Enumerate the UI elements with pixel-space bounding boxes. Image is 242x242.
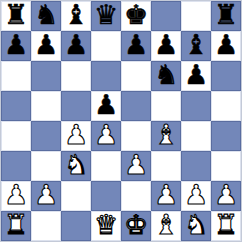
white-pawn-g2[interactable]: ♟ [184,181,208,210]
square-f3[interactable] [151,151,181,181]
square-b4[interactable] [31,121,61,151]
square-h2[interactable]: ♟ [211,181,241,211]
square-g8[interactable] [181,1,211,31]
square-e3[interactable]: ♟ [121,151,151,181]
square-d5[interactable]: ♟ [91,91,121,121]
square-a4[interactable] [1,121,31,151]
square-f5[interactable] [151,91,181,121]
square-g4[interactable] [181,121,211,151]
square-c3[interactable]: ♞ [61,151,91,181]
black-pawn-h7[interactable]: ♟ [214,31,238,60]
white-bishop-f4[interactable]: ♝ [154,121,178,150]
square-a7[interactable]: ♟ [1,31,31,61]
square-h4[interactable] [211,121,241,151]
black-bishop-c8[interactable]: ♝ [64,1,88,30]
square-h6[interactable] [211,61,241,91]
white-pawn-b2[interactable]: ♟ [34,181,58,210]
white-knight-g1[interactable]: ♞ [184,211,208,240]
square-h3[interactable] [211,151,241,181]
square-a2[interactable]: ♟ [1,181,31,211]
square-f6[interactable]: ♞ [151,61,181,91]
square-f4[interactable]: ♝ [151,121,181,151]
square-c4[interactable]: ♟ [61,121,91,151]
square-e1[interactable]: ♚ [121,211,151,241]
white-rook-h1[interactable]: ♜ [214,211,238,240]
square-b8[interactable]: ♞ [31,1,61,31]
black-pawn-d5[interactable]: ♟ [94,91,118,120]
square-c6[interactable] [61,61,91,91]
square-d8[interactable]: ♛ [91,1,121,31]
square-h7[interactable]: ♟ [211,31,241,61]
square-d3[interactable] [91,151,121,181]
black-pawn-c7[interactable]: ♟ [64,31,88,60]
square-d7[interactable] [91,31,121,61]
square-g7[interactable]: ♝ [181,31,211,61]
square-e8[interactable]: ♚ [121,1,151,31]
white-pawn-d4[interactable]: ♟ [94,121,118,150]
square-d1[interactable]: ♛ [91,211,121,241]
square-b7[interactable]: ♟ [31,31,61,61]
square-b5[interactable] [31,91,61,121]
white-bishop-f1[interactable]: ♝ [154,211,178,240]
black-pawn-g6[interactable]: ♟ [184,61,208,90]
square-b3[interactable] [31,151,61,181]
square-e5[interactable] [121,91,151,121]
black-king-e8[interactable]: ♚ [124,1,148,30]
square-e6[interactable] [121,61,151,91]
white-pawn-a2[interactable]: ♟ [4,181,28,210]
square-a1[interactable]: ♜ [1,211,31,241]
square-h1[interactable]: ♜ [211,211,241,241]
square-d6[interactable] [91,61,121,91]
white-knight-c3[interactable]: ♞ [64,151,88,180]
white-pawn-f2[interactable]: ♟ [154,181,178,210]
square-d2[interactable] [91,181,121,211]
square-e4[interactable] [121,121,151,151]
square-b2[interactable]: ♟ [31,181,61,211]
square-f1[interactable]: ♝ [151,211,181,241]
black-pawn-f7[interactable]: ♟ [154,31,178,60]
white-king-e1[interactable]: ♚ [124,211,148,240]
black-pawn-b7[interactable]: ♟ [34,31,58,60]
square-h5[interactable] [211,91,241,121]
square-c1[interactable] [61,211,91,241]
chess-board: ♜♞♝♛♚♜♟♟♟♟♟♝♟♞♟♟♟♟♝♞♟♟♟♟♟♟♜♛♚♝♞♜ [0,0,242,242]
black-queen-d8[interactable]: ♛ [94,1,118,30]
square-a5[interactable] [1,91,31,121]
square-g1[interactable]: ♞ [181,211,211,241]
black-bishop-g7[interactable]: ♝ [184,31,208,60]
square-g6[interactable]: ♟ [181,61,211,91]
square-c2[interactable] [61,181,91,211]
square-c7[interactable]: ♟ [61,31,91,61]
square-f2[interactable]: ♟ [151,181,181,211]
black-rook-a8[interactable]: ♜ [4,1,28,30]
black-rook-h8[interactable]: ♜ [214,1,238,30]
white-rook-a1[interactable]: ♜ [4,211,28,240]
square-c8[interactable]: ♝ [61,1,91,31]
black-pawn-e7[interactable]: ♟ [124,31,148,60]
square-g2[interactable]: ♟ [181,181,211,211]
square-a3[interactable] [1,151,31,181]
white-pawn-c4[interactable]: ♟ [64,121,88,150]
black-knight-f6[interactable]: ♞ [154,61,178,90]
black-pawn-a7[interactable]: ♟ [4,31,28,60]
black-knight-b8[interactable]: ♞ [34,1,58,30]
white-pawn-h2[interactable]: ♟ [214,181,238,210]
square-h8[interactable]: ♜ [211,1,241,31]
square-a6[interactable] [1,61,31,91]
square-g3[interactable] [181,151,211,181]
square-e2[interactable] [121,181,151,211]
square-g5[interactable] [181,91,211,121]
square-c5[interactable] [61,91,91,121]
square-f7[interactable]: ♟ [151,31,181,61]
square-a8[interactable]: ♜ [1,1,31,31]
white-queen-d1[interactable]: ♛ [94,211,118,240]
square-f8[interactable] [151,1,181,31]
square-d4[interactable]: ♟ [91,121,121,151]
square-b1[interactable] [31,211,61,241]
white-pawn-e3[interactable]: ♟ [124,151,148,180]
square-b6[interactable] [31,61,61,91]
square-e7[interactable]: ♟ [121,31,151,61]
